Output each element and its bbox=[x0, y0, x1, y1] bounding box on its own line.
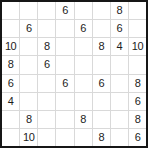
empty-cell-r4c6[interactable] bbox=[93, 56, 110, 73]
empty-cell-r8c1[interactable] bbox=[2, 129, 19, 146]
puzzle-screenshot: 686661088410866668468881086 bbox=[0, 0, 150, 150]
empty-cell-r4c8[interactable] bbox=[129, 56, 146, 73]
clue-cell-r3c1: 10 bbox=[2, 38, 19, 55]
empty-cell-r3c4[interactable] bbox=[56, 38, 73, 55]
clue-cell-r5c6: 6 bbox=[93, 75, 110, 92]
puzzle-board: 686661088410866668468881086 bbox=[0, 0, 148, 148]
empty-cell-r1c8[interactable] bbox=[129, 2, 146, 19]
empty-cell-r5c5[interactable] bbox=[75, 75, 92, 92]
clue-cell-r7c8: 8 bbox=[129, 111, 146, 128]
empty-cell-r7c3[interactable] bbox=[38, 111, 55, 128]
empty-cell-r7c4[interactable] bbox=[56, 111, 73, 128]
clue-cell-r7c2: 8 bbox=[20, 111, 37, 128]
empty-cell-r6c7[interactable] bbox=[111, 93, 128, 110]
empty-cell-r3c5[interactable] bbox=[75, 38, 92, 55]
empty-cell-r8c5[interactable] bbox=[75, 129, 92, 146]
empty-cell-r7c7[interactable] bbox=[111, 111, 128, 128]
clue-cell-r1c4: 6 bbox=[56, 2, 73, 19]
empty-cell-r6c6[interactable] bbox=[93, 93, 110, 110]
clue-cell-r2c2: 6 bbox=[20, 20, 37, 37]
clue-cell-r3c6: 8 bbox=[93, 38, 110, 55]
empty-cell-r1c5[interactable] bbox=[75, 2, 92, 19]
empty-cell-r4c7[interactable] bbox=[111, 56, 128, 73]
empty-cell-r1c2[interactable] bbox=[20, 2, 37, 19]
empty-cell-r6c5[interactable] bbox=[75, 93, 92, 110]
empty-cell-r7c1[interactable] bbox=[2, 111, 19, 128]
empty-cell-r2c3[interactable] bbox=[38, 20, 55, 37]
empty-cell-r7c6[interactable] bbox=[93, 111, 110, 128]
empty-cell-r4c4[interactable] bbox=[56, 56, 73, 73]
empty-cell-r2c1[interactable] bbox=[2, 20, 19, 37]
clue-cell-r3c8: 10 bbox=[129, 38, 146, 55]
clue-cell-r3c3: 8 bbox=[38, 38, 55, 55]
empty-cell-r4c5[interactable] bbox=[75, 56, 92, 73]
clue-cell-r6c1: 4 bbox=[2, 93, 19, 110]
empty-cell-r2c8[interactable] bbox=[129, 20, 146, 37]
empty-cell-r5c2[interactable] bbox=[20, 75, 37, 92]
empty-cell-r5c7[interactable] bbox=[111, 75, 128, 92]
clue-cell-r8c8: 6 bbox=[129, 129, 146, 146]
clue-cell-r1c7: 8 bbox=[111, 2, 128, 19]
clue-cell-r4c3: 6 bbox=[38, 56, 55, 73]
empty-cell-r1c1[interactable] bbox=[2, 2, 19, 19]
empty-cell-r8c4[interactable] bbox=[56, 129, 73, 146]
clue-cell-r2c7: 6 bbox=[111, 20, 128, 37]
clue-cell-r5c8: 8 bbox=[129, 75, 146, 92]
clue-cell-r8c2: 10 bbox=[20, 129, 37, 146]
clue-cell-r7c5: 8 bbox=[75, 111, 92, 128]
empty-cell-r3c2[interactable] bbox=[20, 38, 37, 55]
clue-cell-r5c4: 6 bbox=[56, 75, 73, 92]
empty-cell-r1c3[interactable] bbox=[38, 2, 55, 19]
clue-cell-r2c5: 6 bbox=[75, 20, 92, 37]
empty-cell-r8c3[interactable] bbox=[38, 129, 55, 146]
clue-cell-r6c8: 6 bbox=[129, 93, 146, 110]
empty-cell-r6c2[interactable] bbox=[20, 93, 37, 110]
clue-cell-r8c6: 8 bbox=[93, 129, 110, 146]
clue-cell-r5c1: 6 bbox=[2, 75, 19, 92]
empty-cell-r5c3[interactable] bbox=[38, 75, 55, 92]
empty-cell-r2c4[interactable] bbox=[56, 20, 73, 37]
empty-cell-r4c2[interactable] bbox=[20, 56, 37, 73]
clue-cell-r3c7: 4 bbox=[111, 38, 128, 55]
clue-cell-r4c1: 8 bbox=[2, 56, 19, 73]
empty-cell-r6c3[interactable] bbox=[38, 93, 55, 110]
empty-cell-r6c4[interactable] bbox=[56, 93, 73, 110]
empty-cell-r1c6[interactable] bbox=[93, 2, 110, 19]
empty-cell-r8c7[interactable] bbox=[111, 129, 128, 146]
empty-cell-r2c6[interactable] bbox=[93, 20, 110, 37]
